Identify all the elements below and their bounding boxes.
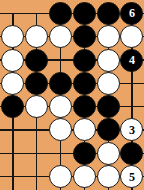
intersection-c0r5[interactable] [1,118,25,141]
black-stone [97,118,120,141]
white-stone [1,25,24,48]
white-stone [49,118,72,141]
intersection-c2r6[interactable] [49,142,73,165]
intersection-c0r3[interactable] [1,72,25,95]
intersection-c5r6[interactable] [120,142,144,165]
black-stone: 6 [120,2,143,25]
intersection-c5r2[interactable]: 4 [120,48,144,71]
intersection-c2r1[interactable] [49,25,73,48]
white-stone [97,72,120,95]
go-board[interactable]: 6435 [0,0,144,190]
intersection-c5r1[interactable] [120,25,144,48]
intersection-c1r6[interactable] [25,142,49,165]
intersection-c3r6[interactable] [72,142,96,165]
white-stone [120,25,143,48]
black-stone [97,95,120,118]
black-stone [73,49,96,72]
black-stone [1,95,24,118]
black-stone [49,2,72,25]
intersection-c1r1[interactable] [25,25,49,48]
white-stone: 5 [120,165,143,188]
black-stone: 4 [120,49,143,72]
intersection-c2r0[interactable] [49,2,73,25]
intersection-c1r5[interactable] [25,118,49,141]
intersection-c4r2[interactable] [96,48,120,71]
white-stone [25,25,48,48]
white-stone [73,118,96,141]
intersection-c3r3[interactable] [72,72,96,95]
intersection-c4r7[interactable] [96,165,120,188]
intersection-c1r2[interactable] [25,48,49,71]
intersection-c4r5[interactable] [96,118,120,141]
intersection-c0r6[interactable] [1,142,25,165]
intersection-c3r4[interactable] [72,95,96,118]
black-stone [73,72,96,95]
black-stone [97,2,120,25]
intersection-c3r0[interactable] [72,2,96,25]
black-stone [73,2,96,25]
white-stone [49,25,72,48]
white-stone [49,95,72,118]
intersection-c4r0[interactable] [96,2,120,25]
intersection-c2r5[interactable] [49,118,73,141]
white-stone [97,142,120,165]
intersection-c0r7[interactable] [1,165,25,188]
white-stone [97,25,120,48]
white-stone [97,49,120,72]
black-stone [25,49,48,72]
white-stone [49,165,72,188]
black-stone [73,142,96,165]
intersection-c5r7[interactable]: 5 [120,165,144,188]
black-stone [49,72,72,95]
black-stone [73,95,96,118]
move-number-label: 3 [129,124,135,136]
intersection-c3r1[interactable] [72,25,96,48]
intersection-c3r2[interactable] [72,48,96,71]
intersection-c4r3[interactable] [96,72,120,95]
white-stone [1,49,24,72]
intersection-c2r2[interactable] [49,48,73,71]
intersection-c0r0[interactable] [1,2,25,25]
black-stone [120,142,143,165]
intersection-c3r5[interactable] [72,118,96,141]
intersection-c5r5[interactable]: 3 [120,118,144,141]
intersection-c0r4[interactable] [1,95,25,118]
white-stone [73,165,96,188]
intersection-c2r4[interactable] [49,95,73,118]
intersection-c4r6[interactable] [96,142,120,165]
white-stone [1,72,24,95]
intersection-c0r1[interactable] [1,25,25,48]
intersection-c1r0[interactable] [25,2,49,25]
intersection-c5r4[interactable] [120,95,144,118]
intersection-c0r2[interactable] [1,48,25,71]
intersection-c2r7[interactable] [49,165,73,188]
intersection-c4r1[interactable] [96,25,120,48]
white-stone: 3 [120,118,143,141]
move-number-label: 6 [129,7,135,19]
black-stone [73,25,96,48]
intersection-grid: 6435 [1,2,144,188]
white-stone [25,95,48,118]
intersection-c5r3[interactable] [120,72,144,95]
move-number-label: 5 [129,171,135,183]
intersection-c1r7[interactable] [25,165,49,188]
intersection-c5r0[interactable]: 6 [120,2,144,25]
black-stone [25,72,48,95]
intersection-c2r3[interactable] [49,72,73,95]
white-stone [97,165,120,188]
intersection-c3r7[interactable] [72,165,96,188]
intersection-c1r3[interactable] [25,72,49,95]
intersection-c1r4[interactable] [25,95,49,118]
move-number-label: 4 [129,54,135,66]
intersection-c4r4[interactable] [96,95,120,118]
